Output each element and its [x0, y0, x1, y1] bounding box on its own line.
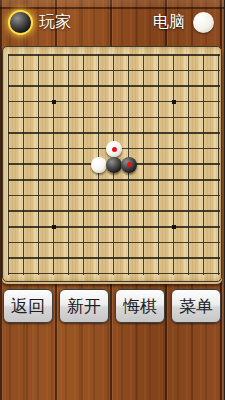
last-move-marker	[127, 162, 132, 167]
player-label: 玩家	[39, 12, 71, 33]
black-stone	[106, 157, 122, 173]
computer-label: 电脑	[153, 12, 185, 33]
player-black-stone-icon	[10, 12, 31, 33]
star-point	[52, 100, 56, 104]
star-point	[52, 225, 56, 229]
white-stone	[91, 157, 107, 173]
white-stone	[106, 141, 122, 157]
gomoku-app-screen: 玩家 电脑 返回 新开 悔棋 菜单	[0, 0, 224, 400]
menu-button[interactable]: 菜单	[171, 289, 221, 323]
star-point	[172, 225, 176, 229]
back-button[interactable]: 返回	[3, 289, 53, 323]
gomoku-board[interactable]	[2, 46, 222, 282]
status-bar: 玩家 电脑	[0, 0, 224, 44]
last-move-marker	[112, 147, 117, 152]
toolbar: 返回 新开 悔棋 菜单	[0, 289, 224, 323]
computer-indicator: 电脑	[153, 12, 214, 33]
star-point	[172, 100, 176, 104]
player-indicator: 玩家	[10, 12, 71, 33]
board-stones-layer	[2, 48, 225, 282]
black-stone	[121, 157, 137, 173]
undo-button[interactable]: 悔棋	[115, 289, 165, 323]
computer-white-stone-icon	[193, 12, 214, 33]
new-game-button[interactable]: 新开	[59, 289, 109, 323]
